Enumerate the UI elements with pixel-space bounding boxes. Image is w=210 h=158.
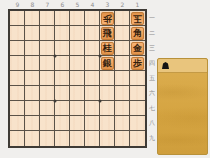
board-square-1-7[interactable] (130, 101, 145, 116)
board-square-9-4[interactable] (10, 56, 25, 71)
hoshi-dot (54, 100, 57, 103)
board-square-9-8[interactable] (10, 116, 25, 131)
board-square-6-7[interactable] (55, 101, 70, 116)
rank-label-1: 一 (148, 11, 156, 26)
sente-rook-piece[interactable]: 飛 (101, 27, 114, 40)
board-square-6-4[interactable] (55, 56, 70, 71)
board-square-1-1[interactable]: 玉 (130, 11, 145, 26)
board-square-9-9[interactable] (10, 131, 25, 146)
board-square-4-8[interactable] (85, 116, 100, 131)
board-square-6-5[interactable] (55, 71, 70, 86)
board-square-2-6[interactable] (115, 86, 130, 101)
board-square-9-7[interactable] (10, 101, 25, 116)
board-square-2-8[interactable] (115, 116, 130, 131)
board-square-7-1[interactable] (40, 11, 55, 26)
board-square-4-3[interactable] (85, 41, 100, 56)
board-square-5-7[interactable] (70, 101, 85, 116)
board-square-1-6[interactable] (130, 86, 145, 101)
rank-label-6: 六 (148, 86, 156, 101)
board-square-7-3[interactable] (40, 41, 55, 56)
board-square-3-7[interactable] (100, 101, 115, 116)
board-square-4-9[interactable] (85, 131, 100, 146)
board-square-7-6[interactable] (40, 86, 55, 101)
board-square-8-6[interactable] (25, 86, 40, 101)
board-square-8-1[interactable] (25, 11, 40, 26)
board-square-3-4[interactable]: 銀 (100, 56, 115, 71)
board-square-7-9[interactable] (40, 131, 55, 146)
board-square-3-6[interactable] (100, 86, 115, 101)
board-square-5-2[interactable] (70, 26, 85, 41)
board-square-5-1[interactable] (70, 11, 85, 26)
file-label-2: 2 (115, 1, 130, 9)
board-square-4-2[interactable] (85, 26, 100, 41)
board-square-8-3[interactable] (25, 41, 40, 56)
board-square-5-3[interactable] (70, 41, 85, 56)
gote-pawn-piece[interactable]: 歩 (101, 12, 114, 25)
board-square-3-2[interactable]: 飛 (100, 26, 115, 41)
board-square-9-5[interactable] (10, 71, 25, 86)
rank-label-7: 七 (148, 101, 156, 116)
board-square-8-4[interactable] (25, 56, 40, 71)
file-label-3: 3 (100, 1, 115, 9)
sente-komadai[interactable] (157, 58, 208, 155)
board-square-7-8[interactable] (40, 116, 55, 131)
board-square-8-7[interactable] (25, 101, 40, 116)
board-square-2-1[interactable] (115, 11, 130, 26)
board-square-1-2[interactable]: 角 (130, 26, 145, 41)
sente-hand-marker-icon (162, 62, 169, 69)
board-square-4-6[interactable] (85, 86, 100, 101)
board-square-9-1[interactable] (10, 11, 25, 26)
board-square-1-5[interactable] (130, 71, 145, 86)
board-square-1-4[interactable]: 歩 (130, 56, 145, 71)
sente-bishop-piece[interactable]: 角 (131, 27, 144, 40)
board-square-2-9[interactable] (115, 131, 130, 146)
board-square-4-7[interactable] (85, 101, 100, 116)
rank-label-2: 二 (148, 26, 156, 41)
sente-knight-piece[interactable]: 桂 (101, 42, 114, 55)
file-label-6: 6 (55, 1, 70, 9)
file-label-5: 5 (70, 1, 85, 9)
board-square-6-6[interactable] (55, 86, 70, 101)
board-square-3-3[interactable]: 桂 (100, 41, 115, 56)
rank-label-4: 四 (148, 56, 156, 71)
board-square-6-2[interactable] (55, 26, 70, 41)
hoshi-dot (99, 55, 102, 58)
file-label-9: 9 (10, 1, 25, 9)
rank-labels: 一二三四五六七八九 (148, 11, 156, 146)
board-square-6-8[interactable] (55, 116, 70, 131)
board-square-6-9[interactable] (55, 131, 70, 146)
board-square-1-9[interactable] (130, 131, 145, 146)
board-square-4-5[interactable] (85, 71, 100, 86)
board-square-9-6[interactable] (10, 86, 25, 101)
board-square-2-7[interactable] (115, 101, 130, 116)
board-square-3-5[interactable] (100, 71, 115, 86)
board-square-7-2[interactable] (40, 26, 55, 41)
board-square-3-9[interactable] (100, 131, 115, 146)
shogi-app: 987654321 一二三四五六七八九 歩玉飛角桂金銀歩 (0, 0, 210, 158)
file-label-7: 7 (40, 1, 55, 9)
sente-hand-header (158, 59, 207, 73)
board-square-3-8[interactable] (100, 116, 115, 131)
hoshi-dot (54, 55, 57, 58)
gote-king-piece[interactable]: 玉 (131, 12, 144, 25)
board-square-5-4[interactable] (70, 56, 85, 71)
rank-label-5: 五 (148, 71, 156, 86)
rank-label-8: 八 (148, 116, 156, 131)
board-square-7-7[interactable] (40, 101, 55, 116)
file-labels: 987654321 (10, 1, 145, 9)
board-square-2-4[interactable] (115, 56, 130, 71)
board-square-2-2[interactable] (115, 26, 130, 41)
board-square-7-4[interactable] (40, 56, 55, 71)
board-square-7-5[interactable] (40, 71, 55, 86)
board-square-9-3[interactable] (10, 41, 25, 56)
board-square-8-5[interactable] (25, 71, 40, 86)
file-label-4: 4 (85, 1, 100, 9)
board-square-6-1[interactable] (55, 11, 70, 26)
board-square-6-3[interactable] (55, 41, 70, 56)
board-square-8-8[interactable] (25, 116, 40, 131)
sente-gold-piece[interactable]: 金 (131, 42, 144, 55)
board-square-3-1[interactable]: 歩 (100, 11, 115, 26)
file-label-1: 1 (130, 1, 145, 9)
board-square-4-1[interactable] (85, 11, 100, 26)
file-label-8: 8 (25, 1, 40, 9)
board-square-1-3[interactable]: 金 (130, 41, 145, 56)
sente-pawn-piece[interactable]: 歩 (131, 57, 144, 70)
board-square-5-9[interactable] (70, 131, 85, 146)
shogi-board: 歩玉飛角桂金銀歩 (8, 9, 147, 148)
hoshi-dot (99, 100, 102, 103)
board-square-8-2[interactable] (25, 26, 40, 41)
sente-silver-piece[interactable]: 銀 (101, 57, 114, 70)
board-square-5-6[interactable] (70, 86, 85, 101)
board-square-4-4[interactable] (85, 56, 100, 71)
rank-label-9: 九 (148, 131, 156, 146)
board-square-5-8[interactable] (70, 116, 85, 131)
board-square-2-3[interactable] (115, 41, 130, 56)
board-square-2-5[interactable] (115, 71, 130, 86)
board-square-1-8[interactable] (130, 116, 145, 131)
rank-label-3: 三 (148, 41, 156, 56)
board-square-5-5[interactable] (70, 71, 85, 86)
board-square-9-2[interactable] (10, 26, 25, 41)
board-square-8-9[interactable] (25, 131, 40, 146)
